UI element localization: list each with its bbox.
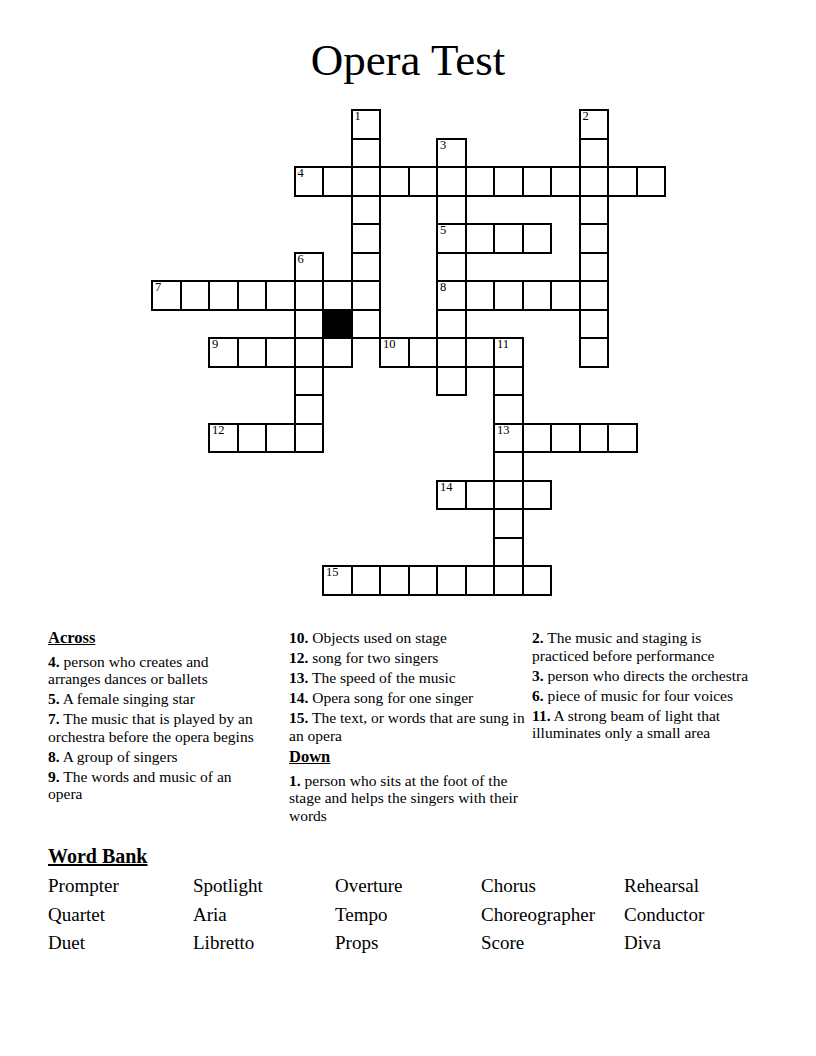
clue-text: Opera song for one singer [312,689,473,706]
grid-cell[interactable]: 1 [351,109,382,140]
grid-cell[interactable]: 12 [208,423,239,454]
cell-number: 6 [298,253,304,266]
cell-number: 15 [326,566,339,579]
grid-cell[interactable] [351,223,382,254]
grid-cell[interactable] [436,195,467,226]
word-bank-item: Choreographer [481,901,624,930]
clue-number: 12. [289,649,308,666]
grid-cell[interactable] [237,337,268,368]
grid-cell[interactable] [493,223,524,254]
clue-number: 4. [48,653,60,670]
grid-cell[interactable] [180,280,211,311]
clue-text: song for two singers [312,649,438,666]
grid-cell[interactable]: 14 [436,480,467,511]
grid-cell[interactable] [322,337,353,368]
clue-text: piece of music for four voices [548,687,734,704]
grid-cell[interactable] [265,423,296,454]
clues-column-2: 10. Objects used on stage 12. song for t… [289,629,527,827]
grid-cell[interactable] [322,166,353,197]
grid-cell[interactable] [351,309,382,340]
grid-cell[interactable] [408,337,439,368]
clue-across-5: 5. A female singing star [48,690,264,708]
grid-cell[interactable] [493,565,524,596]
cell-number: 12 [212,424,225,437]
grid-cell[interactable] [522,423,553,454]
grid-cell[interactable] [579,423,610,454]
clue-down-1: 1. person who sits at the foot of the st… [289,772,527,825]
grid-cell[interactable] [550,166,581,197]
grid-cell[interactable] [579,337,610,368]
grid-cell[interactable]: 2 [579,109,610,140]
word-bank-item: Tempo [335,901,481,930]
grid-cell[interactable] [294,423,325,454]
grid-cell[interactable] [579,252,610,283]
grid-cell[interactable] [522,280,553,311]
grid-cell[interactable] [465,337,496,368]
clue-text: The text, or words that are sung in an o… [289,709,525,744]
grid-cell[interactable] [294,394,325,425]
grid-cell[interactable] [322,280,353,311]
grid-cell[interactable] [294,309,325,340]
grid-cell[interactable] [522,223,553,254]
word-bank-item: Diva [624,929,774,958]
grid-cell[interactable] [579,195,610,226]
clue-number: 1. [289,772,301,789]
cell-number: 8 [440,281,446,294]
grid-cell[interactable]: 5 [436,223,467,254]
grid-cell[interactable] [237,280,268,311]
clue-text: A female singing star [63,690,195,707]
word-bank-item: Conductor [624,901,774,930]
grid-cell[interactable] [351,565,382,596]
grid-cell[interactable]: 15 [322,565,353,596]
grid-cell[interactable] [493,366,524,397]
clue-across-14: 14. Opera song for one singer [289,689,527,707]
grid-cell[interactable] [493,166,524,197]
grid-cell[interactable] [465,565,496,596]
clue-across-12: 12. song for two singers [289,649,527,667]
clue-down-2: 2. The music and staging is practiced be… [532,629,754,664]
word-bank: Prompter Spotlight Overture Chorus Rehea… [48,872,774,958]
clue-across-8: 8. A group of singers [48,748,264,766]
word-bank-item: Quartet [48,901,193,930]
clue-text: The speed of the music [312,669,456,686]
grid-cell[interactable] [208,280,239,311]
word-bank-item: Props [335,929,481,958]
grid-cell[interactable] [522,565,553,596]
grid-cell[interactable] [522,166,553,197]
clue-across-9: 9. The words and music of an opera [48,768,264,803]
clue-number: 14. [289,689,308,706]
grid-cell[interactable] [579,280,610,311]
clue-text: A group of singers [63,748,178,765]
clue-number: 9. [48,768,60,785]
grid-cell[interactable] [265,337,296,368]
grid-cell[interactable] [493,394,524,425]
clues-column-1: Across 4. person who creates and arrange… [48,629,264,805]
word-bank-item: Duet [48,929,193,958]
cell-number: 11 [497,338,509,351]
grid-cell[interactable] [379,166,410,197]
grid-cell[interactable] [351,195,382,226]
clue-text: A strong beam of light that illuminates … [532,707,720,742]
grid-cell[interactable] [579,166,610,197]
down-heading: Down [289,748,527,766]
word-bank-item: Score [481,929,624,958]
clue-across-15: 15. The text, or words that are sung in … [289,709,527,744]
grid-cell[interactable] [265,280,296,311]
grid-cell[interactable] [408,166,439,197]
grid-cell[interactable] [379,565,410,596]
clues-column-3: 2. The music and staging is practiced be… [532,629,754,744]
cell-number: 10 [383,338,396,351]
grid-cell[interactable]: 3 [436,138,467,169]
clue-text: person who creates and arranges dances o… [48,653,209,688]
clue-number: 10. [289,629,308,646]
clue-number: 15. [289,709,308,726]
grid-cell[interactable] [607,166,638,197]
grid-cell[interactable]: 6 [294,252,325,283]
word-bank-item: Rehearsal [624,872,774,901]
grid-cell[interactable] [465,223,496,254]
grid-cell[interactable]: 4 [294,166,325,197]
clue-text: person who sits at the foot of the stage… [289,772,518,824]
grid-cell[interactable]: 10 [379,337,410,368]
cell-number: 3 [440,139,446,152]
grid-cell[interactable] [493,280,524,311]
grid-cell[interactable] [351,280,382,311]
clue-across-4: 4. person who creates and arranges dance… [48,653,264,688]
cell-number: 9 [212,338,218,351]
word-bank-item: Chorus [481,872,624,901]
grid-cell[interactable] [493,480,524,511]
grid-cell[interactable] [607,423,638,454]
clue-text: The music and staging is practiced befor… [532,629,714,664]
grid-cell[interactable] [294,280,325,311]
word-bank-item: Prompter [48,872,193,901]
grid-cell[interactable] [550,280,581,311]
cell-number: 2 [583,110,589,123]
grid-cell[interactable] [351,252,382,283]
cell-number: 4 [298,167,304,180]
grid-cell[interactable] [493,537,524,568]
grid-cell[interactable] [465,166,496,197]
grid-cell[interactable] [436,565,467,596]
grid-cell[interactable]: 13 [493,423,524,454]
clue-across-10: 10. Objects used on stage [289,629,527,647]
grid-cell[interactable] [436,337,467,368]
clue-number: 8. [48,748,60,765]
grid-cell[interactable] [465,480,496,511]
cell-number: 14 [440,481,453,494]
grid-cell[interactable] [237,423,268,454]
grid-cell[interactable] [636,166,667,197]
page-title: Opera Test [0,34,816,86]
black-cell [322,309,353,340]
word-bank-item: Libretto [193,929,335,958]
grid-cell[interactable] [294,366,325,397]
grid-cell[interactable] [436,252,467,283]
crossword-grid: 123456789101112131415 [152,110,665,595]
grid-cell[interactable] [436,309,467,340]
grid-cell[interactable]: 8 [436,280,467,311]
grid-cell[interactable] [408,565,439,596]
clue-number: 6. [532,687,544,704]
cell-number: 13 [497,424,510,437]
grid-cell[interactable] [579,309,610,340]
grid-cell[interactable] [579,138,610,169]
clue-number: 7. [48,710,60,727]
word-bank-item: Spotlight [193,872,335,901]
clue-number: 5. [48,690,60,707]
clue-across-7: 7. The music that is played by an orches… [48,710,264,745]
grid-cell[interactable] [550,423,581,454]
clue-text: person who directs the orchestra [548,667,749,684]
grid-cell[interactable] [436,366,467,397]
clue-number: 3. [532,667,544,684]
word-bank-item: Aria [193,901,335,930]
word-bank-item: Overture [335,872,481,901]
grid-cell[interactable] [436,166,467,197]
grid-cell[interactable]: 7 [151,280,182,311]
across-heading: Across [48,629,264,647]
clue-down-11: 11. A strong beam of light that illumina… [532,707,754,742]
cell-number: 7 [155,281,161,294]
clue-text: The music that is played by an orchestra… [48,710,254,745]
grid-cell[interactable] [294,337,325,368]
grid-cell[interactable] [493,508,524,539]
grid-cell[interactable]: 9 [208,337,239,368]
cell-number: 1 [355,110,361,123]
grid-cell[interactable] [351,138,382,169]
grid-cell[interactable] [465,280,496,311]
clue-down-3: 3. person who directs the orchestra [532,667,754,685]
clue-number: 11. [532,707,551,724]
grid-cell[interactable] [522,480,553,511]
clue-text: Objects used on stage [312,629,447,646]
cell-number: 5 [440,224,446,237]
grid-cell[interactable]: 11 [493,337,524,368]
clue-number: 2. [532,629,544,646]
word-bank-heading: Word Bank [48,845,147,868]
clue-text: The words and music of an opera [48,768,232,803]
clue-down-6: 6. piece of music for four voices [532,687,754,705]
grid-cell[interactable] [579,223,610,254]
clue-across-13: 13. The speed of the music [289,669,527,687]
clue-number: 13. [289,669,308,686]
grid-cell[interactable] [351,166,382,197]
grid-cell[interactable] [493,451,524,482]
